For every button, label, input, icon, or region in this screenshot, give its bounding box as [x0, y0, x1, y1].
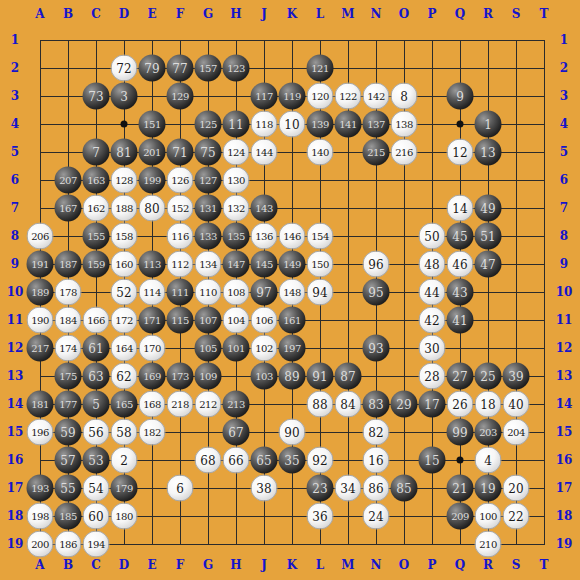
black-stone-move-143[interactable]: 143: [251, 195, 278, 222]
white-stone-move-22[interactable]: 22: [503, 503, 530, 530]
white-stone-move-218[interactable]: 218: [167, 391, 194, 418]
column-label-top: H: [230, 7, 241, 21]
column-label-top: C: [91, 7, 101, 21]
row-label-right: 16: [556, 453, 573, 467]
white-stone-move-94[interactable]: 94: [307, 279, 334, 306]
white-stone-move-10[interactable]: 10: [279, 111, 306, 138]
white-stone-move-120[interactable]: 120: [307, 83, 334, 110]
black-stone-move-149[interactable]: 149: [279, 251, 306, 278]
grid-line-horizontal: [40, 544, 545, 545]
white-stone-move-68[interactable]: 68: [195, 447, 222, 474]
white-stone-move-106[interactable]: 106: [251, 307, 278, 334]
black-stone-move-55[interactable]: 55: [55, 475, 82, 502]
column-label-top: E: [147, 7, 156, 21]
black-stone-move-121[interactable]: 121: [307, 55, 334, 82]
white-stone-move-102[interactable]: 102: [251, 335, 278, 362]
black-stone-move-35[interactable]: 35: [279, 447, 306, 474]
row-label-left: 19: [7, 537, 24, 551]
row-label-right: 11: [556, 313, 573, 327]
row-label-right: 5: [560, 145, 568, 159]
black-stone-move-21[interactable]: 21: [447, 475, 474, 502]
row-label-right: 18: [556, 509, 573, 523]
black-stone-move-209[interactable]: 209: [447, 503, 474, 530]
black-stone-move-71[interactable]: 71: [167, 139, 194, 166]
black-stone-move-165[interactable]: 165: [111, 391, 138, 418]
white-stone-move-12[interactable]: 12: [447, 139, 474, 166]
black-stone-move-65[interactable]: 65: [251, 447, 278, 474]
row-label-right: 3: [560, 89, 568, 103]
white-stone-move-196[interactable]: 196: [27, 419, 54, 446]
black-stone-move-83[interactable]: 83: [363, 391, 390, 418]
black-stone-move-167[interactable]: 167: [55, 195, 82, 222]
column-label-bottom: S: [512, 558, 521, 572]
column-label-bottom: L: [316, 558, 324, 572]
white-stone-move-144[interactable]: 144: [251, 139, 278, 166]
black-stone-move-11[interactable]: 11: [223, 111, 250, 138]
white-stone-move-138[interactable]: 138: [391, 111, 418, 138]
column-label-bottom: A: [35, 558, 44, 572]
row-label-right: 6: [560, 173, 568, 187]
column-label-bottom: D: [119, 558, 129, 572]
white-stone-move-8[interactable]: 8: [391, 83, 418, 110]
white-stone-move-166[interactable]: 166: [83, 307, 110, 334]
black-stone-move-133[interactable]: 133: [195, 223, 222, 250]
black-stone-move-187[interactable]: 187: [55, 251, 82, 278]
white-stone-move-146[interactable]: 146: [279, 223, 306, 250]
column-label-top: O: [399, 7, 409, 21]
row-label-left: 6: [11, 173, 19, 187]
white-stone-move-40[interactable]: 40: [503, 391, 530, 418]
black-stone-move-5[interactable]: 5: [83, 391, 110, 418]
row-label-right: 13: [556, 369, 573, 383]
grid-line-vertical: [544, 40, 545, 545]
black-stone-move-43[interactable]: 43: [447, 279, 474, 306]
row-label-left: 7: [11, 201, 19, 215]
white-stone-move-134[interactable]: 134: [195, 251, 222, 278]
column-label-bottom: N: [371, 558, 382, 572]
black-stone-move-77[interactable]: 77: [167, 55, 194, 82]
white-stone-move-24[interactable]: 24: [363, 503, 390, 530]
white-stone-move-72[interactable]: 72: [111, 55, 138, 82]
black-stone-move-49[interactable]: 49: [475, 195, 502, 222]
white-stone-move-184[interactable]: 184: [55, 307, 82, 334]
black-stone-move-179[interactable]: 179: [111, 475, 138, 502]
column-label-top: D: [119, 7, 129, 21]
black-stone-move-59[interactable]: 59: [55, 419, 82, 446]
row-label-right: 17: [556, 481, 573, 495]
white-stone-move-36[interactable]: 36: [307, 503, 334, 530]
white-stone-move-14[interactable]: 14: [447, 195, 474, 222]
white-stone-move-130[interactable]: 130: [223, 167, 250, 194]
row-label-left: 9: [11, 257, 19, 271]
row-label-left: 15: [7, 425, 24, 439]
white-stone-move-152[interactable]: 152: [167, 195, 194, 222]
white-stone-move-210[interactable]: 210: [475, 531, 502, 558]
white-stone-move-162[interactable]: 162: [83, 195, 110, 222]
white-stone-move-160[interactable]: 160: [111, 251, 138, 278]
white-stone-move-172[interactable]: 172: [111, 307, 138, 334]
row-label-left: 4: [11, 117, 19, 131]
hoshi-point: [457, 457, 464, 464]
black-stone-move-27[interactable]: 27: [447, 363, 474, 390]
row-label-left: 16: [7, 453, 24, 467]
black-stone-move-213[interactable]: 213: [223, 391, 250, 418]
column-label-top: M: [341, 7, 354, 21]
white-stone-move-108[interactable]: 108: [223, 279, 250, 306]
row-label-left: 17: [7, 481, 24, 495]
black-stone-move-181[interactable]: 181: [27, 391, 54, 418]
white-stone-move-128[interactable]: 128: [111, 167, 138, 194]
black-stone-move-175[interactable]: 175: [55, 363, 82, 390]
row-label-left: 5: [11, 145, 19, 159]
row-label-left: 12: [7, 341, 24, 355]
black-stone-move-39[interactable]: 39: [503, 363, 530, 390]
row-label-right: 14: [556, 397, 573, 411]
white-stone-move-116[interactable]: 116: [167, 223, 194, 250]
black-stone-move-23[interactable]: 23: [307, 475, 334, 502]
column-label-bottom: P: [427, 558, 436, 572]
black-stone-move-117[interactable]: 117: [251, 83, 278, 110]
black-stone-move-145[interactable]: 145: [251, 251, 278, 278]
white-stone-move-190[interactable]: 190: [27, 307, 54, 334]
white-stone-move-62[interactable]: 62: [111, 363, 138, 390]
white-stone-move-164[interactable]: 164: [111, 335, 138, 362]
column-label-top: S: [512, 7, 521, 21]
row-label-right: 15: [556, 425, 573, 439]
column-label-bottom: K: [287, 558, 297, 572]
black-stone-move-103[interactable]: 103: [251, 363, 278, 390]
white-stone-move-86[interactable]: 86: [363, 475, 390, 502]
white-stone-move-96[interactable]: 96: [363, 251, 390, 278]
white-stone-move-114[interactable]: 114: [139, 279, 166, 306]
white-stone-move-92[interactable]: 92: [307, 447, 334, 474]
column-label-top: Q: [455, 7, 465, 21]
black-stone-move-91[interactable]: 91: [307, 363, 334, 390]
white-stone-move-132[interactable]: 132: [223, 195, 250, 222]
hoshi-point: [121, 121, 128, 128]
white-stone-move-142[interactable]: 142: [363, 83, 390, 110]
black-stone-move-81[interactable]: 81: [111, 139, 138, 166]
black-stone-move-151[interactable]: 151: [139, 111, 166, 138]
white-stone-move-200[interactable]: 200: [27, 531, 54, 558]
black-stone-move-185[interactable]: 185: [55, 503, 82, 530]
row-label-right: 12: [556, 341, 573, 355]
black-stone-move-101[interactable]: 101: [223, 335, 250, 362]
black-stone-move-163[interactable]: 163: [83, 167, 110, 194]
black-stone-move-109[interactable]: 109: [195, 363, 222, 390]
row-label-right: 10: [556, 285, 573, 299]
row-label-right: 8: [560, 229, 568, 243]
black-stone-move-63[interactable]: 63: [83, 363, 110, 390]
column-label-bottom: M: [341, 558, 354, 572]
white-stone-move-180[interactable]: 180: [111, 503, 138, 530]
black-stone-move-137[interactable]: 137: [363, 111, 390, 138]
white-stone-move-182[interactable]: 182: [139, 419, 166, 446]
black-stone-move-157[interactable]: 157: [195, 55, 222, 82]
white-stone-move-140[interactable]: 140: [307, 139, 334, 166]
row-label-right: 7: [560, 201, 568, 215]
black-stone-move-207[interactable]: 207: [55, 167, 82, 194]
black-stone-move-45[interactable]: 45: [447, 223, 474, 250]
column-label-bottom: H: [230, 558, 241, 572]
white-stone-move-28[interactable]: 28: [419, 363, 446, 390]
black-stone-move-47[interactable]: 47: [475, 251, 502, 278]
white-stone-move-186[interactable]: 186: [55, 531, 82, 558]
black-stone-move-135[interactable]: 135: [223, 223, 250, 250]
row-label-right: 19: [556, 537, 573, 551]
column-label-top: K: [287, 7, 297, 21]
column-label-bottom: J: [261, 558, 267, 572]
white-stone-move-122[interactable]: 122: [335, 83, 362, 110]
black-stone-move-53[interactable]: 53: [83, 447, 110, 474]
black-stone-move-147[interactable]: 147: [223, 251, 250, 278]
black-stone-move-217[interactable]: 217: [27, 335, 54, 362]
white-stone-move-168[interactable]: 168: [139, 391, 166, 418]
black-stone-move-3[interactable]: 3: [111, 83, 138, 110]
column-label-bottom: O: [399, 558, 409, 572]
black-stone-move-79[interactable]: 79: [139, 55, 166, 82]
white-stone-move-126[interactable]: 126: [167, 167, 194, 194]
white-stone-move-56[interactable]: 56: [83, 419, 110, 446]
white-stone-move-48[interactable]: 48: [419, 251, 446, 278]
black-stone-move-159[interactable]: 159: [83, 251, 110, 278]
white-stone-move-84[interactable]: 84: [335, 391, 362, 418]
black-stone-move-201[interactable]: 201: [139, 139, 166, 166]
black-stone-move-17[interactable]: 17: [419, 391, 446, 418]
white-stone-move-2[interactable]: 2: [111, 447, 138, 474]
black-stone-move-191[interactable]: 191: [27, 251, 54, 278]
black-stone-move-119[interactable]: 119: [279, 83, 306, 110]
black-stone-move-85[interactable]: 85: [391, 475, 418, 502]
column-label-top: B: [63, 7, 73, 21]
black-stone-move-75[interactable]: 75: [195, 139, 222, 166]
column-label-bottom: E: [147, 558, 156, 572]
white-stone-move-150[interactable]: 150: [307, 251, 334, 278]
black-stone-move-93[interactable]: 93: [363, 335, 390, 362]
white-stone-move-90[interactable]: 90: [279, 419, 306, 446]
black-stone-move-29[interactable]: 29: [391, 391, 418, 418]
white-stone-move-20[interactable]: 20: [503, 475, 530, 502]
white-stone-move-34[interactable]: 34: [335, 475, 362, 502]
black-stone-move-127[interactable]: 127: [195, 167, 222, 194]
black-stone-move-105[interactable]: 105: [195, 335, 222, 362]
white-stone-move-206[interactable]: 206: [27, 223, 54, 250]
white-stone-move-174[interactable]: 174: [55, 335, 82, 362]
black-stone-move-161[interactable]: 161: [279, 307, 306, 334]
white-stone-move-112[interactable]: 112: [167, 251, 194, 278]
column-label-bottom: G: [203, 558, 213, 572]
row-label-left: 10: [7, 285, 24, 299]
black-stone-move-155[interactable]: 155: [83, 223, 110, 250]
black-stone-move-87[interactable]: 87: [335, 363, 362, 390]
white-stone-move-4[interactable]: 4: [475, 447, 502, 474]
white-stone-move-58[interactable]: 58: [111, 419, 138, 446]
white-stone-move-38[interactable]: 38: [251, 475, 278, 502]
white-stone-move-52[interactable]: 52: [111, 279, 138, 306]
black-stone-move-67[interactable]: 67: [223, 419, 250, 446]
row-label-left: 3: [11, 89, 19, 103]
black-stone-move-97[interactable]: 97: [251, 279, 278, 306]
white-stone-move-178[interactable]: 178: [55, 279, 82, 306]
black-stone-move-7[interactable]: 7: [83, 139, 110, 166]
black-stone-move-139[interactable]: 139: [307, 111, 334, 138]
column-label-top: R: [483, 7, 493, 21]
black-stone-move-171[interactable]: 171: [139, 307, 166, 334]
white-stone-move-104[interactable]: 104: [223, 307, 250, 334]
white-stone-move-204[interactable]: 204: [503, 419, 530, 446]
white-stone-move-188[interactable]: 188: [111, 195, 138, 222]
black-stone-move-1[interactable]: 1: [475, 111, 502, 138]
column-label-top: L: [316, 7, 324, 21]
white-stone-move-50[interactable]: 50: [419, 223, 446, 250]
white-stone-move-46[interactable]: 46: [447, 251, 474, 278]
column-label-bottom: B: [63, 558, 73, 572]
white-stone-move-54[interactable]: 54: [83, 475, 110, 502]
black-stone-move-197[interactable]: 197: [279, 335, 306, 362]
go-game-diagram: { "game": "go", "board_size": 19, "last_…: [0, 0, 580, 580]
black-stone-move-141[interactable]: 141: [335, 111, 362, 138]
black-stone-move-99[interactable]: 99: [447, 419, 474, 446]
row-label-left: 2: [11, 61, 19, 75]
black-stone-move-19[interactable]: 19: [475, 475, 502, 502]
white-stone-move-194[interactable]: 194: [83, 531, 110, 558]
white-stone-move-18[interactable]: 18: [475, 391, 502, 418]
black-stone-move-111[interactable]: 111: [167, 279, 194, 306]
row-label-right: 9: [560, 257, 568, 271]
row-label-right: 1: [560, 33, 568, 47]
white-stone-move-16[interactable]: 16: [363, 447, 390, 474]
white-stone-move-88[interactable]: 88: [307, 391, 334, 418]
column-label-top: F: [176, 7, 185, 21]
row-label-right: 4: [560, 117, 568, 131]
go-board[interactable]: AABBCCDDEEFFGGHHJJKKLLMMNNOOPPQQRRSSTT11…: [0, 0, 580, 580]
black-stone-move-15[interactable]: 15: [419, 447, 446, 474]
row-label-left: 1: [11, 33, 19, 47]
black-stone-move-215[interactable]: 215: [363, 139, 390, 166]
white-stone-move-198[interactable]: 198: [27, 503, 54, 530]
black-stone-move-25[interactable]: 25: [475, 363, 502, 390]
column-label-bottom: C: [91, 558, 101, 572]
black-stone-move-115[interactable]: 115: [167, 307, 194, 334]
black-stone-move-189[interactable]: 189: [27, 279, 54, 306]
black-stone-move-199[interactable]: 199: [139, 167, 166, 194]
column-label-bottom: T: [540, 558, 549, 572]
black-stone-move-61[interactable]: 61: [83, 335, 110, 362]
white-stone-move-82[interactable]: 82: [363, 419, 390, 446]
black-stone-move-177[interactable]: 177: [55, 391, 82, 418]
white-stone-move-158[interactable]: 158: [111, 223, 138, 250]
column-label-bottom: F: [176, 558, 185, 572]
white-stone-move-154[interactable]: 154: [307, 223, 334, 250]
black-stone-move-73[interactable]: 73: [83, 83, 110, 110]
hoshi-point: [457, 121, 464, 128]
white-stone-move-80[interactable]: 80: [139, 195, 166, 222]
white-stone-move-110[interactable]: 110: [195, 279, 222, 306]
row-label-left: 8: [11, 229, 19, 243]
black-stone-move-57[interactable]: 57: [55, 447, 82, 474]
black-stone-move-9[interactable]: 9: [447, 83, 474, 110]
row-label-left: 13: [7, 369, 24, 383]
black-stone-move-51[interactable]: 51: [475, 223, 502, 250]
column-label-top: J: [261, 7, 267, 21]
white-stone-move-60[interactable]: 60: [83, 503, 110, 530]
black-stone-move-95[interactable]: 95: [363, 279, 390, 306]
column-label-bottom: R: [483, 558, 493, 572]
black-stone-move-41[interactable]: 41: [447, 307, 474, 334]
white-stone-move-118[interactable]: 118: [251, 111, 278, 138]
black-stone-move-123[interactable]: 123: [223, 55, 250, 82]
black-stone-move-107[interactable]: 107: [195, 307, 222, 334]
column-label-top: P: [427, 7, 436, 21]
white-stone-move-136[interactable]: 136: [251, 223, 278, 250]
white-stone-move-100[interactable]: 100: [475, 503, 502, 530]
white-stone-move-212[interactable]: 212: [195, 391, 222, 418]
white-stone-move-124[interactable]: 124: [223, 139, 250, 166]
white-stone-move-216[interactable]: 216: [391, 139, 418, 166]
row-label-left: 14: [7, 397, 24, 411]
black-stone-move-89[interactable]: 89: [279, 363, 306, 390]
black-stone-move-173[interactable]: 173: [167, 363, 194, 390]
column-label-top: N: [371, 7, 382, 21]
black-stone-move-125[interactable]: 125: [195, 111, 222, 138]
white-stone-move-148[interactable]: 148: [279, 279, 306, 306]
white-stone-move-26[interactable]: 26: [447, 391, 474, 418]
black-stone-move-129[interactable]: 129: [167, 83, 194, 110]
column-label-top: T: [540, 7, 549, 21]
row-label-left: 18: [7, 509, 24, 523]
row-label-right: 2: [560, 61, 568, 75]
white-stone-move-170[interactable]: 170: [139, 335, 166, 362]
column-label-top: G: [203, 7, 213, 21]
column-label-top: A: [35, 7, 44, 21]
grid-line-vertical: [516, 40, 517, 545]
white-stone-move-66[interactable]: 66: [223, 447, 250, 474]
black-stone-move-203[interactable]: 203: [475, 419, 502, 446]
black-stone-move-131[interactable]: 131: [195, 195, 222, 222]
white-stone-move-6[interactable]: 6: [167, 475, 194, 502]
black-stone-move-113[interactable]: 113: [139, 251, 166, 278]
white-stone-move-44[interactable]: 44: [419, 279, 446, 306]
black-stone-move-169[interactable]: 169: [139, 363, 166, 390]
row-label-left: 11: [7, 313, 24, 327]
white-stone-move-30[interactable]: 30: [419, 335, 446, 362]
black-stone-move-193[interactable]: 193: [27, 475, 54, 502]
black-stone-move-13[interactable]: 13: [475, 139, 502, 166]
column-label-bottom: Q: [455, 558, 465, 572]
white-stone-move-42[interactable]: 42: [419, 307, 446, 334]
